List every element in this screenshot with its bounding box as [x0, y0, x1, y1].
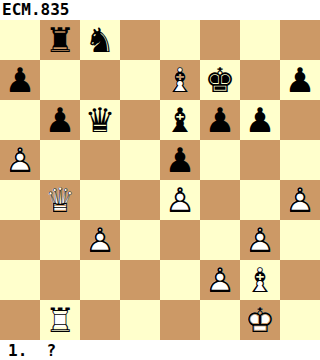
- square-b3[interactable]: [40, 220, 80, 260]
- piece-white-pawn-outline: ♙: [0, 140, 40, 180]
- square-d5[interactable]: [120, 140, 160, 180]
- square-f8[interactable]: [200, 20, 240, 60]
- square-a1[interactable]: [0, 300, 40, 340]
- piece-black-pawn: ♟: [200, 100, 240, 140]
- square-f3[interactable]: [200, 220, 240, 260]
- square-e2[interactable]: [160, 260, 200, 300]
- square-h7[interactable]: ♟: [280, 60, 320, 100]
- piece-black-pawn: ♟: [280, 60, 320, 100]
- piece-white-pawn-outline: ♙: [80, 220, 120, 260]
- square-f5[interactable]: [200, 140, 240, 180]
- piece-black-bishop: ♝: [160, 100, 200, 140]
- square-g1[interactable]: ♚♔: [240, 300, 280, 340]
- square-g3[interactable]: ♟♙: [240, 220, 280, 260]
- square-e4[interactable]: ♟♙: [160, 180, 200, 220]
- square-c3[interactable]: ♟♙: [80, 220, 120, 260]
- square-a2[interactable]: [0, 260, 40, 300]
- piece-white-bishop-outline: ♗: [160, 60, 200, 100]
- square-h4[interactable]: ♟♙: [280, 180, 320, 220]
- square-c4[interactable]: [80, 180, 120, 220]
- square-h8[interactable]: [280, 20, 320, 60]
- piece-black-king: ♚: [200, 60, 240, 100]
- piece-white-pawn-outline: ♙: [240, 220, 280, 260]
- square-d2[interactable]: [120, 260, 160, 300]
- square-a5[interactable]: ♟♙: [0, 140, 40, 180]
- square-b2[interactable]: [40, 260, 80, 300]
- square-b1[interactable]: ♜♖: [40, 300, 80, 340]
- square-g4[interactable]: [240, 180, 280, 220]
- square-e5[interactable]: ♟: [160, 140, 200, 180]
- piece-white-bishop-outline: ♗: [240, 260, 280, 300]
- square-d6[interactable]: [120, 100, 160, 140]
- square-g7[interactable]: [240, 60, 280, 100]
- square-a3[interactable]: [0, 220, 40, 260]
- square-d1[interactable]: [120, 300, 160, 340]
- square-g8[interactable]: [240, 20, 280, 60]
- square-d4[interactable]: [120, 180, 160, 220]
- chess-board: ♜♞♟♝♗♚♟♟♛♝♟♟♟♙♟♛♕♟♙♟♙♟♙♟♙♟♙♝♗♜♖♚♔: [0, 20, 320, 340]
- square-b5[interactable]: [40, 140, 80, 180]
- piece-black-queen: ♛: [80, 100, 120, 140]
- square-c5[interactable]: [80, 140, 120, 180]
- square-b7[interactable]: [40, 60, 80, 100]
- square-e7[interactable]: ♝♗: [160, 60, 200, 100]
- move-prompt: 1. ?: [0, 340, 320, 360]
- square-a7[interactable]: ♟: [0, 60, 40, 100]
- piece-white-rook-outline: ♖: [40, 300, 80, 340]
- square-g6[interactable]: ♟: [240, 100, 280, 140]
- square-a6[interactable]: [0, 100, 40, 140]
- square-f2[interactable]: ♟♙: [200, 260, 240, 300]
- piece-white-pawn-outline: ♙: [160, 180, 200, 220]
- square-f6[interactable]: ♟: [200, 100, 240, 140]
- square-a8[interactable]: [0, 20, 40, 60]
- page-title: ECM.835: [0, 0, 320, 20]
- square-d7[interactable]: [120, 60, 160, 100]
- square-d3[interactable]: [120, 220, 160, 260]
- square-b8[interactable]: ♜: [40, 20, 80, 60]
- square-g2[interactable]: ♝♗: [240, 260, 280, 300]
- square-f1[interactable]: [200, 300, 240, 340]
- square-f4[interactable]: [200, 180, 240, 220]
- piece-white-king-outline: ♔: [240, 300, 280, 340]
- piece-white-pawn-outline: ♙: [200, 260, 240, 300]
- square-e6[interactable]: ♝: [160, 100, 200, 140]
- square-b6[interactable]: ♟: [40, 100, 80, 140]
- square-g5[interactable]: [240, 140, 280, 180]
- square-e8[interactable]: [160, 20, 200, 60]
- square-c6[interactable]: ♛: [80, 100, 120, 140]
- square-e3[interactable]: [160, 220, 200, 260]
- square-h3[interactable]: [280, 220, 320, 260]
- square-c2[interactable]: [80, 260, 120, 300]
- square-e1[interactable]: [160, 300, 200, 340]
- piece-black-pawn: ♟: [160, 140, 200, 180]
- square-d8[interactable]: [120, 20, 160, 60]
- piece-black-pawn: ♟: [0, 60, 40, 100]
- piece-black-pawn: ♟: [240, 100, 280, 140]
- square-h1[interactable]: [280, 300, 320, 340]
- piece-black-pawn: ♟: [40, 100, 80, 140]
- square-f7[interactable]: ♚: [200, 60, 240, 100]
- square-h6[interactable]: [280, 100, 320, 140]
- piece-black-rook: ♜: [40, 20, 80, 60]
- piece-white-queen-outline: ♕: [40, 180, 80, 220]
- piece-black-knight: ♞: [80, 20, 120, 60]
- square-c7[interactable]: [80, 60, 120, 100]
- square-h5[interactable]: [280, 140, 320, 180]
- square-c1[interactable]: [80, 300, 120, 340]
- square-b4[interactable]: ♛♕: [40, 180, 80, 220]
- square-c8[interactable]: ♞: [80, 20, 120, 60]
- square-h2[interactable]: [280, 260, 320, 300]
- square-a4[interactable]: [0, 180, 40, 220]
- piece-white-pawn-outline: ♙: [280, 180, 320, 220]
